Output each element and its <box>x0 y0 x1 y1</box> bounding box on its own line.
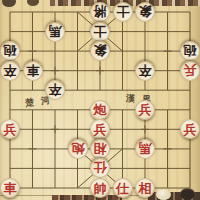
piece-red-horse[interactable]: 馬 <box>135 139 155 159</box>
piece-red-elephant[interactable]: 相 <box>90 139 110 159</box>
pieces-layer: 將士象馬士砲象砲卒車卒卒兵炮兵兵兵兵炮相馬仕車帥仕相 <box>0 0 200 200</box>
piece-black-soldier[interactable]: 卒 <box>135 61 155 81</box>
piece-red-cannon[interactable]: 炮 <box>90 100 110 120</box>
piece-red-chariot[interactable]: 車 <box>0 178 20 198</box>
piece-black-advisor[interactable]: 士 <box>90 22 110 42</box>
piece-black-cannon[interactable]: 砲 <box>0 41 20 61</box>
piece-red-soldier[interactable]: 兵 <box>180 61 200 81</box>
piece-black-advisor[interactable]: 士 <box>113 2 133 22</box>
piece-black-soldier[interactable]: 卒 <box>45 80 65 100</box>
piece-red-elephant[interactable]: 相 <box>135 178 155 198</box>
piece-black-elephant[interactable]: 象 <box>135 2 155 22</box>
piece-red-advisor[interactable]: 仕 <box>90 158 110 178</box>
piece-black-cannon[interactable]: 砲 <box>180 41 200 61</box>
piece-red-advisor[interactable]: 仕 <box>113 178 133 198</box>
piece-red-general[interactable]: 帥 <box>90 178 110 198</box>
piece-black-elephant[interactable]: 象 <box>90 41 110 61</box>
piece-red-soldier[interactable]: 兵 <box>135 100 155 120</box>
piece-black-chariot[interactable]: 車 <box>23 61 43 81</box>
piece-black-soldier[interactable]: 卒 <box>0 61 20 81</box>
piece-red-cannon[interactable]: 炮 <box>68 139 88 159</box>
piece-black-general[interactable]: 將 <box>90 2 110 22</box>
piece-red-soldier[interactable]: 兵 <box>180 119 200 139</box>
piece-black-horse[interactable]: 馬 <box>45 22 65 42</box>
xiangqi-board-photo: 楚河 漢界 將士象馬士砲象砲卒車卒卒兵炮兵兵兵兵炮相馬仕車帥仕相 <box>0 0 200 200</box>
piece-red-soldier[interactable]: 兵 <box>90 119 110 139</box>
piece-red-soldier[interactable]: 兵 <box>0 119 20 139</box>
